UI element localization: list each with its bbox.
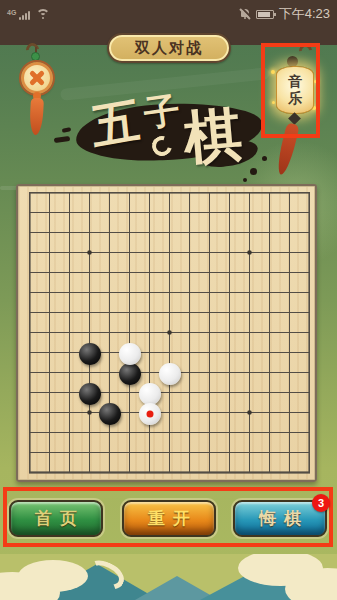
title-char-2: 子 <box>141 86 183 140</box>
close-button[interactable] <box>21 62 53 94</box>
white-stone <box>119 343 141 365</box>
last-move-marker <box>146 410 153 417</box>
gomoku-app-screen: 4G 下午4:23 双人对战 <box>0 0 337 600</box>
black-stone <box>79 383 101 405</box>
title-char-3: 棋 <box>181 96 246 179</box>
cloud-icon <box>18 560 88 592</box>
music-highlight-box <box>261 43 320 138</box>
signal-icon <box>19 10 30 20</box>
black-stone <box>79 343 101 365</box>
network-type-label: 4G <box>7 9 16 16</box>
white-stone <box>139 403 161 425</box>
board-grid <box>29 192 310 474</box>
status-bar: 4G 下午4:23 <box>0 0 337 28</box>
wifi-icon <box>36 9 50 20</box>
clock-label: 下午4:23 <box>279 5 330 23</box>
bell-muted-icon <box>239 8 251 20</box>
undo-badge: 3 <box>312 494 330 512</box>
landscape-decoration <box>0 554 337 600</box>
mode-button[interactable]: 双人对战 <box>107 33 231 63</box>
title-char-1: 五 <box>89 88 143 160</box>
gomoku-board[interactable] <box>16 184 317 482</box>
black-stone <box>119 363 141 385</box>
green-bead <box>31 52 40 61</box>
black-stone <box>99 403 121 425</box>
close-tassel <box>29 98 44 136</box>
white-stone <box>159 363 181 385</box>
battery-icon <box>256 10 274 19</box>
buttons-highlight-box <box>3 487 333 547</box>
white-stone <box>139 383 161 405</box>
